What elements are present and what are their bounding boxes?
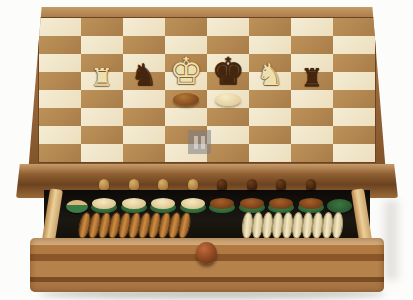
square-h1[interactable]	[333, 144, 375, 162]
pawn-base	[240, 198, 264, 209]
cream-checker-edge[interactable]	[331, 212, 344, 240]
square-a8[interactable]	[39, 18, 81, 36]
pawn-head	[129, 179, 139, 190]
square-d5[interactable]: ♚	[165, 72, 207, 90]
black-king[interactable]: ♚	[211, 53, 244, 90]
square-a1[interactable]	[39, 144, 81, 162]
square-e3[interactable]	[207, 108, 249, 126]
pawn-head	[217, 179, 227, 190]
white-king[interactable]: ♚	[169, 53, 202, 90]
pawn-base	[269, 198, 293, 209]
square-c2[interactable]	[123, 126, 165, 144]
square-b8[interactable]	[81, 18, 123, 36]
square-a5[interactable]	[39, 72, 81, 90]
square-a4[interactable]	[39, 90, 81, 108]
square-h5[interactable]	[333, 72, 375, 90]
square-f4[interactable]	[249, 90, 291, 108]
box-side-shadow	[384, 200, 398, 280]
square-e8[interactable]	[207, 18, 249, 36]
pawn-base	[299, 198, 323, 209]
square-a7[interactable]	[39, 36, 81, 54]
square-h6[interactable]	[333, 54, 375, 72]
square-g1[interactable]	[291, 144, 333, 162]
light-pawn-in-drawer[interactable]	[91, 177, 117, 213]
square-f8[interactable]	[249, 18, 291, 36]
drawer-knob[interactable]	[196, 242, 217, 264]
pawn-head	[99, 179, 109, 190]
square-h8[interactable]	[333, 18, 375, 36]
dark-checker-on-board[interactable]	[173, 93, 199, 106]
pawn-base	[181, 198, 205, 209]
square-b3[interactable]	[81, 108, 123, 126]
square-d8[interactable]	[165, 18, 207, 36]
pawn-head	[158, 179, 168, 190]
square-g2[interactable]	[291, 126, 333, 144]
cream-checkers-row	[243, 212, 343, 240]
square-b7[interactable]	[81, 36, 123, 54]
dark-pawn-in-drawer[interactable]	[209, 177, 235, 213]
pawn-head	[188, 179, 198, 190]
chess-box-scene: ♜♞♚♚♞♜	[0, 0, 413, 300]
square-f7[interactable]	[249, 36, 291, 54]
square-f5[interactable]: ♞	[249, 72, 291, 90]
light-checker-on-board[interactable]	[215, 93, 241, 106]
square-h2[interactable]	[333, 126, 375, 144]
square-g8[interactable]	[291, 18, 333, 36]
dark-pawn-in-drawer[interactable]	[268, 177, 294, 213]
square-h7[interactable]	[333, 36, 375, 54]
square-g5[interactable]: ♜	[291, 72, 333, 90]
light-pawn-in-drawer[interactable]	[121, 177, 147, 213]
dark-pawn-in-drawer[interactable]	[239, 177, 265, 213]
pawn-base	[151, 198, 175, 209]
square-h4[interactable]	[333, 90, 375, 108]
square-c7[interactable]	[123, 36, 165, 54]
square-h3[interactable]	[333, 108, 375, 126]
square-a6[interactable]	[39, 54, 81, 72]
drawer-back-row	[66, 175, 352, 213]
square-c3[interactable]	[123, 108, 165, 126]
light-pawn-in-drawer[interactable]	[180, 177, 206, 213]
square-a3[interactable]	[39, 108, 81, 126]
square-b5[interactable]: ♜	[81, 72, 123, 90]
square-e5[interactable]: ♚	[207, 72, 249, 90]
square-f2[interactable]	[249, 126, 291, 144]
pawn-base	[92, 198, 116, 209]
square-e2[interactable]	[207, 126, 249, 144]
square-g3[interactable]	[291, 108, 333, 126]
watermark	[188, 130, 211, 154]
square-c4[interactable]	[123, 90, 165, 108]
black-knight[interactable]: ♞	[131, 60, 158, 90]
square-b4[interactable]	[81, 90, 123, 108]
pawn-head	[276, 179, 286, 190]
brown-checkers-row	[80, 212, 190, 240]
white-knight[interactable]: ♞	[257, 60, 284, 90]
square-c5[interactable]: ♞	[123, 72, 165, 90]
pawn-head	[306, 179, 316, 190]
square-f3[interactable]	[249, 108, 291, 126]
square-g4[interactable]	[291, 90, 333, 108]
square-b2[interactable]	[81, 126, 123, 144]
square-c1[interactable]	[123, 144, 165, 162]
square-b1[interactable]	[81, 144, 123, 162]
black-rook[interactable]: ♜	[301, 65, 323, 90]
pawn-base	[210, 198, 234, 209]
square-c8[interactable]	[123, 18, 165, 36]
pawn-head	[247, 179, 257, 190]
square-e1[interactable]	[207, 144, 249, 162]
square-f1[interactable]	[249, 144, 291, 162]
pawn-base	[122, 198, 146, 209]
square-g7[interactable]	[291, 36, 333, 54]
dark-pawn-in-drawer[interactable]	[298, 177, 324, 213]
square-a2[interactable]	[39, 126, 81, 144]
lying-dark-checker[interactable]	[327, 199, 352, 213]
white-rook[interactable]: ♜	[91, 65, 113, 90]
square-d3[interactable]	[165, 108, 207, 126]
light-pawn-in-drawer[interactable]	[150, 177, 176, 213]
